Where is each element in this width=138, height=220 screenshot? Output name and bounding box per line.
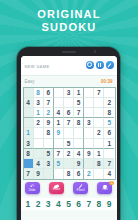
hint-count-badge: 1 — [109, 181, 114, 186]
sudoku-cell-R6C9[interactable]: 1 — [104, 139, 114, 149]
sudoku-cell-R1C4[interactable] — [54, 88, 64, 98]
sudoku-cell-R8C3[interactable]: 3 — [44, 159, 54, 169]
sudoku-cell-R4C3[interactable]: 9 — [44, 118, 54, 128]
sudoku-cell-R5C7[interactable] — [84, 128, 94, 138]
sudoku-cell-R2C7[interactable] — [84, 98, 94, 108]
sudoku-cell-R7C5[interactable]: 2 — [64, 149, 74, 159]
sudoku-cell-R1C8[interactable]: 7 — [94, 88, 104, 98]
sudoku-cell-R2C4[interactable] — [54, 98, 64, 108]
numpad-key-6[interactable]: 6 — [76, 198, 81, 210]
title-line-1: ORIGINAL — [0, 8, 138, 21]
sudoku-cell-R2C5[interactable] — [64, 98, 74, 108]
numpad-key-2[interactable]: 2 — [36, 198, 41, 210]
sudoku-cell-R4C9[interactable]: 5 — [104, 118, 114, 128]
sudoku-cell-R6C6[interactable] — [74, 139, 84, 149]
phone-speaker — [62, 51, 76, 53]
sudoku-cell-R3C9[interactable]: 8 — [104, 108, 114, 118]
sudoku-cell-R2C2[interactable]: 3 — [34, 98, 44, 108]
sudoku-cell-R8C1[interactable] — [24, 159, 34, 169]
numpad-key-3[interactable]: 3 — [46, 198, 51, 210]
sudoku-cell-R8C2[interactable]: 4 — [34, 159, 44, 169]
sudoku-cell-R9C5[interactable]: 8 — [64, 169, 74, 179]
sudoku-cell-R7C9[interactable] — [104, 149, 114, 159]
sudoku-cell-R9C7[interactable]: 2 — [84, 169, 94, 179]
sudoku-cell-R9C3[interactable] — [44, 169, 54, 179]
sudoku-cell-R7C2[interactable] — [34, 149, 44, 159]
sudoku-cell-R5C3[interactable]: 8 — [44, 128, 54, 138]
sudoku-cell-R3C2[interactable]: 1 — [34, 108, 44, 118]
sudoku-cell-R5C4[interactable]: 9 — [54, 128, 64, 138]
sudoku-cell-R4C8[interactable] — [94, 118, 104, 128]
sudoku-cell-R8C9[interactable]: 7 — [104, 159, 114, 169]
sudoku-cell-R6C2[interactable] — [34, 139, 44, 149]
sudoku-cell-R4C5[interactable]: 7 — [64, 118, 74, 128]
sudoku-cell-R7C4[interactable]: 7 — [54, 149, 64, 159]
sudoku-cell-R4C2[interactable]: 2 — [34, 118, 44, 128]
sudoku-cell-R3C5[interactable]: 6 — [64, 108, 74, 118]
sudoku-cell-R3C4[interactable]: 4 — [54, 108, 64, 118]
sudoku-cell-R8C5[interactable] — [64, 159, 74, 169]
numpad-key-8[interactable]: 8 — [97, 198, 102, 210]
gear-icon — [87, 62, 92, 67]
sudoku-cell-R6C5[interactable]: 5 — [64, 139, 74, 149]
numpad-key-5[interactable]: 5 — [66, 198, 71, 210]
app-screen: NEW GAME Easy 00:39 86317437521246782917… — [21, 56, 117, 220]
sudoku-cell-R4C6[interactable]: 8 — [74, 118, 84, 128]
sudoku-cell-R5C2[interactable] — [34, 128, 44, 138]
sudoku-cell-R5C1[interactable]: 1 — [24, 128, 34, 138]
undo-button[interactable]: ↶ Undo — [25, 182, 40, 194]
sudoku-cell-R1C7[interactable] — [84, 88, 94, 98]
sudoku-cell-R8C4[interactable]: 5 — [54, 159, 64, 169]
app-header: NEW GAME — [21, 56, 117, 76]
header-buttons — [86, 61, 114, 69]
sudoku-cell-R9C2[interactable]: 9 — [34, 169, 44, 179]
sudoku-cell-R2C1[interactable]: 4 — [24, 98, 34, 108]
sudoku-cell-R7C6[interactable]: 4 — [74, 149, 84, 159]
sudoku-cell-R7C7[interactable]: 9 — [84, 149, 94, 159]
sudoku-cell-R1C9[interactable] — [104, 88, 114, 98]
sudoku-cell-R9C6[interactable]: 6 — [74, 169, 84, 179]
sudoku-cell-R5C9[interactable]: 6 — [104, 128, 114, 138]
app-store-title: ORIGINAL SUDOKU — [0, 8, 138, 34]
numpad-key-4[interactable]: 4 — [56, 198, 61, 210]
sudoku-cell-R4C4[interactable]: 1 — [54, 118, 64, 128]
sudoku-cell-R2C9[interactable]: 2 — [104, 98, 114, 108]
sudoku-cell-R8C6[interactable]: 9 — [74, 159, 84, 169]
sudoku-cell-R6C8[interactable] — [94, 139, 104, 149]
phone-camera — [94, 50, 97, 53]
timer-value: 00:39 — [101, 79, 113, 84]
title-line-2: SUDOKU — [0, 21, 138, 34]
new-game-button[interactable]: NEW GAME — [25, 64, 50, 69]
sudoku-cell-R3C1[interactable] — [24, 108, 34, 118]
sudoku-cell-R3C8[interactable] — [94, 108, 104, 118]
bulb-icon — [103, 185, 106, 188]
phone-frame: NEW GAME Easy 00:39 86317437521246782917… — [17, 47, 120, 220]
erase-button[interactable]: Erase — [49, 182, 64, 194]
pause-button[interactable] — [96, 61, 104, 69]
sudoku-cell-R1C3[interactable]: 6 — [44, 88, 54, 98]
sudoku-cell-R2C6[interactable]: 5 — [74, 98, 84, 108]
sudoku-cell-R5C6[interactable] — [74, 128, 84, 138]
sudoku-cell-R2C8[interactable] — [94, 98, 104, 108]
sudoku-cell-R8C8[interactable]: 8 — [94, 159, 104, 169]
sudoku-cell-R8C7[interactable] — [84, 159, 94, 169]
sudoku-cell-R4C7[interactable]: 3 — [84, 118, 94, 128]
theme-button[interactable] — [106, 61, 114, 69]
sudoku-cell-R5C5[interactable] — [64, 128, 74, 138]
sudoku-cell-R9C1[interactable]: 7 — [24, 169, 34, 179]
sudoku-cell-R3C3[interactable]: 2 — [44, 108, 54, 118]
number-pad: 123456789 — [21, 198, 117, 210]
sudoku-cell-R6C4[interactable] — [54, 139, 64, 149]
sudoku-cell-R7C8[interactable]: 1 — [94, 149, 104, 159]
sudoku-cell-R1C6[interactable]: 1 — [74, 88, 84, 98]
pencil-button[interactable]: Pencil — [73, 182, 88, 194]
sudoku-cell-R1C5[interactable]: 3 — [64, 88, 74, 98]
sudoku-cell-R6C1[interactable]: 3 — [24, 139, 34, 149]
sudoku-cell-R4C1[interactable] — [24, 118, 34, 128]
sudoku-cell-R5C8[interactable]: 2 — [94, 128, 104, 138]
sudoku-cell-R6C3[interactable] — [44, 139, 54, 149]
sudoku-cell-R9C4[interactable] — [54, 169, 64, 179]
hint-button[interactable]: Hint 1 — [97, 182, 112, 194]
action-bar: ↶ Undo Erase Pencil Hint 1 — [21, 182, 117, 195]
settings-button[interactable] — [86, 61, 94, 69]
sudoku-cell-R7C1[interactable]: 8 — [24, 149, 34, 159]
sudoku-cell-R1C2[interactable]: 8 — [34, 88, 44, 98]
sudoku-cell-R3C7[interactable] — [84, 108, 94, 118]
pause-icon — [98, 63, 101, 67]
sudoku-cell-R1C1[interactable] — [24, 88, 34, 98]
sudoku-cell-R6C7[interactable] — [84, 139, 94, 149]
sudoku-cell-R9C8[interactable] — [94, 169, 104, 179]
difficulty-label: Easy — [25, 79, 35, 84]
sudoku-cell-R9C9[interactable]: 4 — [104, 169, 114, 179]
sudoku-cell-R2C3[interactable]: 7 — [44, 98, 54, 108]
sudoku-cell-R7C3[interactable]: 5 — [44, 149, 54, 159]
sudoku-board: 8631743752124678291783518926351857249143… — [23, 87, 116, 180]
brush-icon — [108, 63, 112, 67]
numpad-key-9[interactable]: 9 — [107, 198, 112, 210]
numpad-key-7[interactable]: 7 — [86, 198, 91, 210]
sudoku-cell-R3C6[interactable]: 7 — [74, 108, 84, 118]
numpad-key-1[interactable]: 1 — [26, 198, 31, 210]
